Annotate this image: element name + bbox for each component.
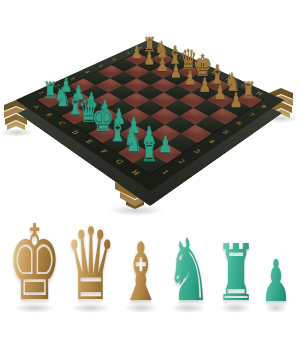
sample-piece-bronze-bishop: ♝ — [123, 240, 159, 306]
bishop-glyph: ♝ — [120, 240, 162, 306]
board-top-face: ♜♞♝♛♚♝♞♜♟♟♟♟♟♟♟♟♟♟♟♟♟♟♟♟♜♞♝♛♚♝♞♜ AABBCCD… — [16, 39, 285, 192]
sample-piece-bronze-king: ♚ — [11, 221, 58, 306]
pawn-glyph: ♟ — [261, 258, 291, 306]
pawn-glyph: ♟ — [224, 90, 249, 110]
rook-glyph: ♜ — [215, 242, 256, 306]
sample-piece-turquoise-knight: ♞ — [169, 235, 208, 306]
sample-piece-bronze-queen: ♛ — [68, 224, 113, 306]
chess-set-product-photo: ♜♞♝♛♚♝♞♜♟♟♟♟♟♟♟♟♟♟♟♟♟♟♟♟♜♞♝♛♚♝♞♜ AABBCCD… — [0, 0, 300, 350]
sample-piece-turquoise-pawn: ♟ — [263, 258, 289, 306]
queen-glyph: ♛ — [64, 224, 116, 306]
rook-glyph: ♜ — [135, 139, 164, 166]
sample-piece-turquoise-rook: ♜ — [218, 242, 253, 306]
king-glyph: ♚ — [7, 221, 61, 306]
knight-glyph: ♞ — [166, 235, 211, 306]
chess-board: ♜♞♝♛♚♝♞♜♟♟♟♟♟♟♟♟♟♟♟♟♟♟♟♟♜♞♝♛♚♝♞♜ AABBCCD… — [16, 39, 285, 192]
board-pieces: ♜♞♝♛♚♝♞♜♟♟♟♟♟♟♟♟♟♟♟♟♟♟♟♟♜♞♝♛♚♝♞♜ — [16, 39, 285, 192]
sample-pieces-row: ♚♛♝♞♜♟ — [0, 200, 300, 350]
